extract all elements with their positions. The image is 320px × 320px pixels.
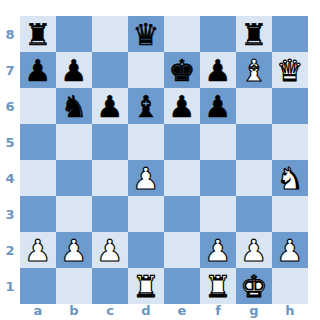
rank-label-7: 7 xyxy=(0,52,20,88)
square-a4[interactable] xyxy=(20,160,56,196)
piece-black-queen: ♛ xyxy=(133,15,160,53)
file-label-e: e xyxy=(164,301,200,320)
square-g1[interactable]: ♚ xyxy=(236,268,272,304)
square-d2[interactable] xyxy=(128,232,164,268)
square-f8[interactable] xyxy=(200,16,236,52)
square-a8[interactable]: ♜ xyxy=(20,16,56,52)
square-d4[interactable]: ♟ xyxy=(128,160,164,196)
square-d1[interactable]: ♜ xyxy=(128,268,164,304)
square-c8[interactable] xyxy=(92,16,128,52)
square-e6[interactable]: ♟ xyxy=(164,88,200,124)
square-d7[interactable] xyxy=(128,52,164,88)
rank-label-6: 6 xyxy=(0,88,20,124)
piece-black-rook: ♜ xyxy=(241,15,268,53)
square-b4[interactable] xyxy=(56,160,92,196)
piece-white-pawn: ♟ xyxy=(241,231,268,269)
piece-black-knight: ♞ xyxy=(61,87,88,125)
square-f1[interactable]: ♜ xyxy=(200,268,236,304)
piece-white-pawn: ♟ xyxy=(277,231,304,269)
piece-black-king: ♚ xyxy=(169,51,196,89)
piece-white-pawn: ♟ xyxy=(25,231,52,269)
piece-white-pawn: ♟ xyxy=(205,231,232,269)
square-d5[interactable] xyxy=(128,124,164,160)
square-g5[interactable] xyxy=(236,124,272,160)
square-a7[interactable]: ♟ xyxy=(20,52,56,88)
square-f3[interactable] xyxy=(200,196,236,232)
square-c3[interactable] xyxy=(92,196,128,232)
square-a1[interactable] xyxy=(20,268,56,304)
square-g3[interactable] xyxy=(236,196,272,232)
file-label-g: g xyxy=(236,301,272,320)
piece-white-pawn: ♟ xyxy=(133,159,160,197)
piece-white-king: ♚ xyxy=(241,267,268,305)
square-g6[interactable] xyxy=(236,88,272,124)
piece-white-knight: ♞ xyxy=(277,159,304,197)
chess-board-diagram: 87654321 ♜♛♜♟♟♚♟♝♛♞♟♝♟♟♟♞♟♟♟♟♟♟♜♜♚ abcde… xyxy=(0,0,320,320)
square-b3[interactable] xyxy=(56,196,92,232)
piece-white-queen: ♛ xyxy=(277,51,304,89)
square-d3[interactable] xyxy=(128,196,164,232)
square-b5[interactable] xyxy=(56,124,92,160)
rank-label-5: 5 xyxy=(0,124,20,160)
square-e5[interactable] xyxy=(164,124,200,160)
piece-white-rook: ♜ xyxy=(205,267,232,305)
square-f5[interactable] xyxy=(200,124,236,160)
square-f2[interactable]: ♟ xyxy=(200,232,236,268)
rank-label-4: 4 xyxy=(0,160,20,196)
file-label-a: a xyxy=(20,301,56,320)
square-a6[interactable] xyxy=(20,88,56,124)
square-b1[interactable] xyxy=(56,268,92,304)
square-h1[interactable] xyxy=(272,268,308,304)
square-c1[interactable] xyxy=(92,268,128,304)
square-h5[interactable] xyxy=(272,124,308,160)
piece-black-bishop: ♝ xyxy=(133,87,160,125)
square-e2[interactable] xyxy=(164,232,200,268)
square-f6[interactable]: ♟ xyxy=(200,88,236,124)
square-e4[interactable] xyxy=(164,160,200,196)
square-g7[interactable]: ♝ xyxy=(236,52,272,88)
square-b8[interactable] xyxy=(56,16,92,52)
square-h7[interactable]: ♛ xyxy=(272,52,308,88)
square-a2[interactable]: ♟ xyxy=(20,232,56,268)
square-c5[interactable] xyxy=(92,124,128,160)
square-h3[interactable] xyxy=(272,196,308,232)
piece-black-pawn: ♟ xyxy=(25,51,52,89)
square-c2[interactable]: ♟ xyxy=(92,232,128,268)
square-f7[interactable]: ♟ xyxy=(200,52,236,88)
square-e1[interactable] xyxy=(164,268,200,304)
rank-label-2: 2 xyxy=(0,232,20,268)
file-label-h: h xyxy=(272,301,308,320)
chess-board: ♜♛♜♟♟♚♟♝♛♞♟♝♟♟♟♞♟♟♟♟♟♟♜♜♚ xyxy=(20,16,308,304)
square-g8[interactable]: ♜ xyxy=(236,16,272,52)
square-d8[interactable]: ♛ xyxy=(128,16,164,52)
square-b7[interactable]: ♟ xyxy=(56,52,92,88)
square-f4[interactable] xyxy=(200,160,236,196)
file-label-c: c xyxy=(92,301,128,320)
file-labels: abcdefgh xyxy=(20,301,308,320)
square-e8[interactable] xyxy=(164,16,200,52)
square-h6[interactable] xyxy=(272,88,308,124)
piece-black-pawn: ♟ xyxy=(205,87,232,125)
square-h4[interactable]: ♞ xyxy=(272,160,308,196)
square-b6[interactable]: ♞ xyxy=(56,88,92,124)
square-a3[interactable] xyxy=(20,196,56,232)
piece-black-pawn: ♟ xyxy=(169,87,196,125)
file-label-d: d xyxy=(128,301,164,320)
piece-black-pawn: ♟ xyxy=(61,51,88,89)
square-d6[interactable]: ♝ xyxy=(128,88,164,124)
rank-label-1: 1 xyxy=(0,268,20,304)
rank-labels: 87654321 xyxy=(0,16,20,304)
square-e3[interactable] xyxy=(164,196,200,232)
file-label-b: b xyxy=(56,301,92,320)
piece-white-pawn: ♟ xyxy=(97,231,124,269)
square-a5[interactable] xyxy=(20,124,56,160)
piece-black-pawn: ♟ xyxy=(97,87,124,125)
square-c7[interactable] xyxy=(92,52,128,88)
square-h2[interactable]: ♟ xyxy=(272,232,308,268)
piece-white-bishop: ♝ xyxy=(241,51,268,89)
square-c6[interactable]: ♟ xyxy=(92,88,128,124)
square-g2[interactable]: ♟ xyxy=(236,232,272,268)
piece-black-rook: ♜ xyxy=(25,15,52,53)
square-b2[interactable]: ♟ xyxy=(56,232,92,268)
piece-white-pawn: ♟ xyxy=(61,231,88,269)
rank-label-8: 8 xyxy=(0,16,20,52)
square-h8[interactable] xyxy=(272,16,308,52)
piece-black-pawn: ♟ xyxy=(205,51,232,89)
rank-label-3: 3 xyxy=(0,196,20,232)
square-e7[interactable]: ♚ xyxy=(164,52,200,88)
piece-white-rook: ♜ xyxy=(133,267,160,305)
square-c4[interactable] xyxy=(92,160,128,196)
file-label-f: f xyxy=(200,301,236,320)
square-g4[interactable] xyxy=(236,160,272,196)
